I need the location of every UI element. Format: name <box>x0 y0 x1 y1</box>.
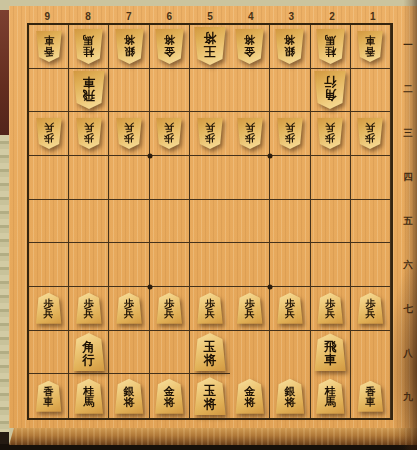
piece-kanji: 銀将 <box>124 29 135 64</box>
piece-kanji: 角行 <box>324 71 337 109</box>
shogi-piece-gote-pawn[interactable]: 歩兵 <box>156 118 182 149</box>
piece-kanji: 歩兵 <box>325 293 335 324</box>
piece-body: 歩兵 <box>277 118 303 149</box>
piece-body: 香車 <box>357 31 383 62</box>
shogi-piece-gote-pawn[interactable]: 歩兵 <box>357 118 383 149</box>
shogi-piece-gote-gold[interactable]: 金将 <box>155 29 184 64</box>
piece-body: 玉将 <box>194 333 226 371</box>
square-9-7[interactable]: 歩兵 <box>29 287 69 331</box>
shogi-piece-sente-pawn[interactable]: 歩兵 <box>357 293 383 324</box>
piece-kanji: 角行 <box>83 333 96 371</box>
piece-kanji: 香車 <box>365 381 375 412</box>
square-6-6[interactable] <box>150 243 190 287</box>
piece-kanji: 歩兵 <box>365 118 375 149</box>
piece-kanji: 歩兵 <box>245 118 255 149</box>
piece-kanji: 玉将 <box>204 377 217 415</box>
shogi-piece-sente-lance[interactable]: 香車 <box>357 381 383 412</box>
shogi-piece-gote-pawn[interactable]: 歩兵 <box>116 118 142 149</box>
rank-label-1: 一 <box>400 23 416 67</box>
square-5-1[interactable]: 王将 <box>190 25 230 69</box>
square-9-6[interactable] <box>29 243 69 287</box>
piece-kanji: 歩兵 <box>205 118 215 149</box>
piece-body: 歩兵 <box>116 293 142 324</box>
square-1-3[interactable]: 歩兵 <box>351 112 391 156</box>
shogi-board: 987654321 一二三四五六七八九 香車桂馬銀将金将王将金将銀将桂馬香車飛車… <box>9 6 417 428</box>
shogi-piece-gote-knight[interactable]: 桂馬 <box>74 29 103 64</box>
shogi-piece-gote-king[interactable]: 王将 <box>194 27 226 65</box>
square-7-8[interactable] <box>109 331 149 375</box>
shogi-piece-sente-king[interactable]: 玉将 <box>194 377 226 415</box>
square-1-9[interactable]: 香車 <box>351 374 391 418</box>
piece-body: 歩兵 <box>156 118 182 149</box>
square-6-4[interactable] <box>150 156 190 200</box>
rank-label-2: 二 <box>400 67 416 111</box>
square-2-1[interactable]: 桂馬 <box>311 25 351 69</box>
shogi-piece-gote-silver[interactable]: 銀将 <box>115 29 144 64</box>
square-5-3[interactable]: 歩兵 <box>190 112 230 156</box>
piece-kanji: 飛車 <box>324 333 337 371</box>
file-label-3: 3 <box>271 11 312 23</box>
piece-kanji: 歩兵 <box>164 118 174 149</box>
file-label-1: 1 <box>352 11 393 23</box>
file-label-4: 4 <box>230 11 271 23</box>
hoshi-dot <box>147 285 152 290</box>
shogi-piece-gote-pawn[interactable]: 歩兵 <box>277 118 303 149</box>
square-3-3[interactable]: 歩兵 <box>270 112 310 156</box>
rank-label-8: 八 <box>400 332 416 376</box>
shogi-piece-gote-pawn[interactable]: 歩兵 <box>76 118 102 149</box>
square-4-5[interactable] <box>230 200 270 244</box>
piece-kanji: 歩兵 <box>84 118 94 149</box>
square-7-9[interactable]: 銀将 <box>109 374 149 418</box>
piece-kanji: 桂馬 <box>325 379 336 414</box>
file-label-6: 6 <box>149 11 190 23</box>
square-3-8[interactable] <box>270 331 310 375</box>
piece-body: 歩兵 <box>317 118 343 149</box>
piece-kanji: 歩兵 <box>285 293 295 324</box>
shogi-piece-gote-rook[interactable]: 飛車 <box>73 71 105 109</box>
rank-label-5: 五 <box>400 199 416 243</box>
square-4-9[interactable]: 金将 <box>230 374 270 418</box>
square-2-8[interactable]: 飛車 <box>311 331 351 375</box>
shogi-piece-gote-pawn[interactable]: 歩兵 <box>317 118 343 149</box>
shogi-app: 987654321 一二三四五六七八九 香車桂馬銀将金将王将金将銀将桂馬香車飛車… <box>0 0 417 450</box>
square-5-2[interactable] <box>190 69 230 113</box>
square-2-5[interactable] <box>311 200 351 244</box>
piece-kanji: 香車 <box>365 31 375 62</box>
square-3-6[interactable] <box>270 243 310 287</box>
square-7-3[interactable]: 歩兵 <box>109 112 149 156</box>
square-8-5[interactable] <box>69 200 109 244</box>
shogi-piece-sente-silver[interactable]: 銀将 <box>115 379 144 414</box>
piece-body: 金将 <box>155 379 184 414</box>
rank-label-7: 七 <box>400 288 416 332</box>
piece-kanji: 歩兵 <box>164 293 174 324</box>
square-3-4[interactable] <box>270 156 310 200</box>
shogi-piece-sente-pawn[interactable]: 歩兵 <box>36 293 62 324</box>
rank-label-3: 三 <box>400 111 416 155</box>
piece-body: 歩兵 <box>357 118 383 149</box>
board-grid: 香車桂馬銀将金将王将金将銀将桂馬香車飛車角行歩兵歩兵歩兵歩兵歩兵歩兵歩兵歩兵歩兵… <box>27 23 393 420</box>
square-9-5[interactable] <box>29 200 69 244</box>
file-label-7: 7 <box>108 11 149 23</box>
piece-body: 金将 <box>235 29 264 64</box>
square-3-1[interactable]: 銀将 <box>270 25 310 69</box>
shogi-piece-gote-lance[interactable]: 香車 <box>357 31 383 62</box>
shogi-piece-sente-knight[interactable]: 桂馬 <box>316 379 345 414</box>
piece-body: 歩兵 <box>197 118 223 149</box>
rank-label-4: 四 <box>400 155 416 199</box>
piece-kanji: 香車 <box>44 31 54 62</box>
square-8-1[interactable]: 桂馬 <box>69 25 109 69</box>
piece-body: 飛車 <box>314 333 346 371</box>
square-7-4[interactable] <box>109 156 149 200</box>
rank-label-9: 九 <box>400 376 416 420</box>
square-6-8[interactable] <box>150 331 190 375</box>
piece-body: 歩兵 <box>36 293 62 324</box>
piece-kanji: 金将 <box>244 29 255 64</box>
square-4-4[interactable] <box>230 156 270 200</box>
shogi-piece-gote-bishop[interactable]: 角行 <box>314 71 346 109</box>
square-8-6[interactable] <box>69 243 109 287</box>
piece-body: 玉将 <box>194 377 226 415</box>
piece-kanji: 金将 <box>244 379 255 414</box>
square-3-9[interactable]: 銀将 <box>270 374 310 418</box>
square-4-3[interactable]: 歩兵 <box>230 112 270 156</box>
piece-body: 王将 <box>194 27 226 65</box>
square-9-9[interactable]: 香車 <box>29 374 69 418</box>
square-7-5[interactable] <box>109 200 149 244</box>
piece-body: 歩兵 <box>76 293 102 324</box>
square-5-5[interactable] <box>190 200 230 244</box>
piece-kanji: 銀将 <box>284 29 295 64</box>
piece-kanji: 歩兵 <box>205 293 215 324</box>
file-label-5: 5 <box>190 11 231 23</box>
piece-body: 歩兵 <box>277 293 303 324</box>
piece-kanji: 玉将 <box>204 333 217 371</box>
shogi-piece-sente-gold[interactable]: 金将 <box>155 379 184 414</box>
shogi-piece-gote-gold[interactable]: 金将 <box>235 29 264 64</box>
hoshi-dot <box>268 285 273 290</box>
shogi-piece-sente-pawn[interactable]: 歩兵 <box>277 293 303 324</box>
square-4-1[interactable]: 金将 <box>230 25 270 69</box>
square-7-7[interactable]: 歩兵 <box>109 287 149 331</box>
square-9-3[interactable]: 歩兵 <box>29 112 69 156</box>
square-1-1[interactable]: 香車 <box>351 25 391 69</box>
shogi-piece-sente-silver[interactable]: 銀将 <box>275 379 304 414</box>
square-8-4[interactable] <box>69 156 109 200</box>
piece-stand <box>0 10 9 141</box>
file-label-9: 9 <box>27 11 68 23</box>
file-label-8: 8 <box>68 11 109 23</box>
piece-kanji: 銀将 <box>124 379 135 414</box>
piece-body: 歩兵 <box>197 293 223 324</box>
square-6-5[interactable] <box>150 200 190 244</box>
shogi-piece-sente-pawn[interactable]: 歩兵 <box>317 293 343 324</box>
piece-body: 香車 <box>36 31 62 62</box>
piece-kanji: 桂馬 <box>83 29 94 64</box>
piece-kanji: 王将 <box>204 27 217 65</box>
square-4-2[interactable] <box>230 69 270 113</box>
square-4-7[interactable]: 歩兵 <box>230 287 270 331</box>
shogi-piece-gote-knight[interactable]: 桂馬 <box>316 29 345 64</box>
piece-body: 歩兵 <box>116 118 142 149</box>
square-3-7[interactable]: 歩兵 <box>270 287 310 331</box>
square-7-6[interactable] <box>109 243 149 287</box>
square-7-2[interactable] <box>109 69 149 113</box>
square-1-2[interactable] <box>351 69 391 113</box>
square-9-1[interactable]: 香車 <box>29 25 69 69</box>
hoshi-dot <box>147 153 152 158</box>
piece-body: 角行 <box>314 71 346 109</box>
square-2-4[interactable] <box>311 156 351 200</box>
square-8-2[interactable]: 飛車 <box>69 69 109 113</box>
file-labels: 987654321 <box>27 11 393 23</box>
shogi-piece-sente-pawn[interactable]: 歩兵 <box>197 293 223 324</box>
shogi-piece-sente-pawn[interactable]: 歩兵 <box>237 293 263 324</box>
piece-body: 歩兵 <box>317 293 343 324</box>
piece-kanji: 歩兵 <box>44 118 54 149</box>
piece-body: 歩兵 <box>76 118 102 149</box>
piece-body: 桂馬 <box>74 379 103 414</box>
piece-body: 香車 <box>36 381 62 412</box>
square-6-3[interactable]: 歩兵 <box>150 112 190 156</box>
square-6-1[interactable]: 金将 <box>150 25 190 69</box>
rank-labels: 一二三四五六七八九 <box>400 23 416 420</box>
square-5-6[interactable] <box>190 243 230 287</box>
piece-kanji: 金将 <box>164 379 175 414</box>
square-5-4[interactable] <box>190 156 230 200</box>
square-1-4[interactable] <box>351 156 391 200</box>
piece-kanji: 銀将 <box>284 379 295 414</box>
piece-body: 金将 <box>155 29 184 64</box>
shogi-piece-sente-rook[interactable]: 飛車 <box>314 333 346 371</box>
square-1-6[interactable] <box>351 243 391 287</box>
square-5-9[interactable]: 玉将 <box>190 374 230 418</box>
square-8-7[interactable]: 歩兵 <box>69 287 109 331</box>
square-1-7[interactable]: 歩兵 <box>351 287 391 331</box>
shogi-piece-gote-pawn[interactable]: 歩兵 <box>36 118 62 149</box>
piece-body: 香車 <box>357 381 383 412</box>
tatami-mat <box>0 135 9 432</box>
square-1-8[interactable] <box>351 331 391 375</box>
square-6-9[interactable]: 金将 <box>150 374 190 418</box>
square-8-8[interactable]: 角行 <box>69 331 109 375</box>
piece-body: 銀将 <box>115 29 144 64</box>
square-3-2[interactable] <box>270 69 310 113</box>
shogi-piece-gote-pawn[interactable]: 歩兵 <box>197 118 223 149</box>
hoshi-dot <box>268 153 273 158</box>
piece-kanji: 歩兵 <box>285 118 295 149</box>
shogi-piece-sente-bishop[interactable]: 角行 <box>73 333 105 371</box>
square-7-1[interactable]: 銀将 <box>109 25 149 69</box>
piece-kanji: 飛車 <box>83 71 96 109</box>
square-2-7[interactable]: 歩兵 <box>311 287 351 331</box>
shogi-piece-sente-knight[interactable]: 桂馬 <box>74 379 103 414</box>
square-6-7[interactable]: 歩兵 <box>150 287 190 331</box>
square-9-4[interactable] <box>29 156 69 200</box>
square-3-5[interactable] <box>270 200 310 244</box>
shogi-piece-gote-lance[interactable]: 香車 <box>36 31 62 62</box>
piece-body: 角行 <box>73 333 105 371</box>
shogi-piece-sente-gold[interactable]: 金将 <box>235 379 264 414</box>
shogi-piece-sente-lance[interactable]: 香車 <box>36 381 62 412</box>
piece-kanji: 香車 <box>44 381 54 412</box>
piece-body: 飛車 <box>73 71 105 109</box>
piece-body: 桂馬 <box>74 29 103 64</box>
square-9-8[interactable] <box>29 331 69 375</box>
piece-body: 歩兵 <box>156 293 182 324</box>
shogi-piece-gote-pawn[interactable]: 歩兵 <box>237 118 263 149</box>
square-2-2[interactable]: 角行 <box>311 69 351 113</box>
square-5-8[interactable]: 玉将 <box>190 331 230 375</box>
file-label-2: 2 <box>312 11 353 23</box>
square-2-3[interactable]: 歩兵 <box>311 112 351 156</box>
piece-kanji: 歩兵 <box>44 293 54 324</box>
board-front-edge <box>9 428 417 445</box>
piece-body: 歩兵 <box>237 118 263 149</box>
piece-body: 銀将 <box>275 29 304 64</box>
piece-body: 金将 <box>235 379 264 414</box>
square-6-2[interactable] <box>150 69 190 113</box>
piece-kanji: 歩兵 <box>124 118 134 149</box>
rank-label-6: 六 <box>400 244 416 288</box>
square-2-9[interactable]: 桂馬 <box>311 374 351 418</box>
square-4-6[interactable] <box>230 243 270 287</box>
piece-kanji: 歩兵 <box>84 293 94 324</box>
piece-body: 桂馬 <box>316 379 345 414</box>
square-2-6[interactable] <box>311 243 351 287</box>
piece-body: 銀将 <box>115 379 144 414</box>
square-9-2[interactable] <box>29 69 69 113</box>
square-5-7[interactable]: 歩兵 <box>190 287 230 331</box>
piece-kanji: 桂馬 <box>325 29 336 64</box>
square-1-5[interactable] <box>351 200 391 244</box>
piece-body: 歩兵 <box>36 118 62 149</box>
shogi-piece-sente-pawn[interactable]: 歩兵 <box>116 293 142 324</box>
shogi-piece-sente-pawn[interactable]: 歩兵 <box>156 293 182 324</box>
piece-kanji: 歩兵 <box>245 293 255 324</box>
piece-kanji: 金将 <box>164 29 175 64</box>
piece-kanji: 歩兵 <box>365 293 375 324</box>
square-4-8[interactable] <box>230 331 270 375</box>
shogi-piece-gote-silver[interactable]: 銀将 <box>275 29 304 64</box>
piece-body: 桂馬 <box>316 29 345 64</box>
piece-body: 歩兵 <box>237 293 263 324</box>
piece-kanji: 桂馬 <box>83 379 94 414</box>
piece-body: 歩兵 <box>357 293 383 324</box>
square-8-3[interactable]: 歩兵 <box>69 112 109 156</box>
piece-kanji: 歩兵 <box>124 293 134 324</box>
piece-kanji: 歩兵 <box>325 118 335 149</box>
square-8-9[interactable]: 桂馬 <box>69 374 109 418</box>
shogi-piece-sente-pawn[interactable]: 歩兵 <box>76 293 102 324</box>
piece-body: 銀将 <box>275 379 304 414</box>
shogi-piece-sente-king[interactable]: 玉将 <box>194 333 226 371</box>
